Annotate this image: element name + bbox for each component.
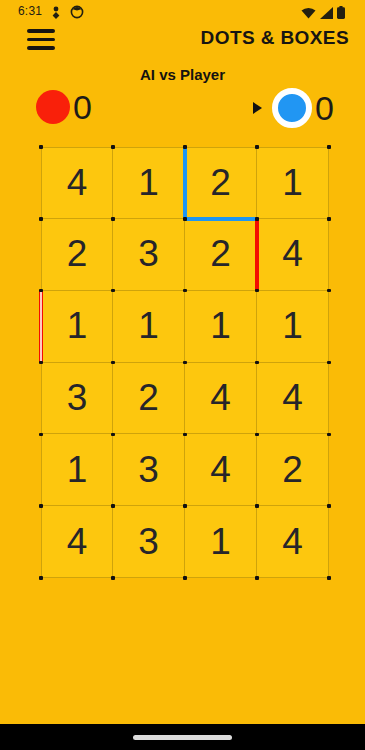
board-cell[interactable]: 2 (41, 219, 113, 291)
board-cell[interactable]: 3 (113, 219, 185, 291)
grid-dot (39, 433, 43, 437)
board-cell[interactable]: 4 (185, 434, 257, 506)
board-cell[interactable]: 4 (257, 363, 329, 435)
turn-pointer-icon (253, 102, 262, 114)
grid-dot (255, 433, 259, 437)
board-cell[interactable]: 3 (113, 506, 185, 578)
hamburger-menu-icon[interactable] (27, 29, 55, 50)
grid-dot (255, 217, 259, 221)
grid-dot (327, 361, 331, 365)
grid-dot (39, 217, 43, 221)
profile-badge-icon (51, 5, 61, 23)
board-cell[interactable]: 2 (185, 147, 257, 219)
grid-dot (327, 504, 331, 508)
grid-dot (111, 504, 115, 508)
grid-dot (255, 361, 259, 365)
board-cell[interactable]: 1 (257, 147, 329, 219)
app-screen: 6:31 (0, 0, 365, 750)
status-time: 6:31 (18, 4, 42, 18)
status-left-icons (51, 5, 84, 23)
red-player-disc-icon (36, 90, 70, 124)
player-ai-score: 0 (36, 90, 92, 124)
blue-player-score: 0 (315, 91, 334, 125)
grid-dot (39, 145, 43, 149)
grid-dot (255, 145, 259, 149)
status-right-icons (301, 6, 345, 19)
board-cell[interactable]: 4 (185, 363, 257, 435)
page-title: DOTS & BOXES (201, 27, 349, 49)
grid-dot (327, 217, 331, 221)
drawn-edge-blue (185, 217, 257, 222)
board-cell[interactable]: 3 (113, 434, 185, 506)
board-cell[interactable]: 4 (41, 147, 113, 219)
grid-dot (111, 433, 115, 437)
grid-dot (255, 576, 259, 580)
clock-app-icon (70, 5, 84, 23)
player-human-score: 0 (253, 88, 334, 128)
status-bar: 6:31 (0, 0, 365, 24)
board-cell[interactable]: 1 (113, 147, 185, 219)
grid-dot (183, 217, 187, 221)
red-player-score: 0 (73, 90, 92, 124)
grid-dot (183, 289, 187, 293)
grid-dot (327, 576, 331, 580)
drawn-edge-blue (183, 147, 188, 219)
grid-dot (111, 145, 115, 149)
grid-dot (327, 433, 331, 437)
match-subtitle: AI vs Player (0, 66, 365, 83)
grid-dot (183, 433, 187, 437)
board-cell[interactable]: 4 (257, 219, 329, 291)
grid-dot (39, 289, 43, 293)
grid-dot (111, 576, 115, 580)
app-bar: DOTS & BOXES (0, 24, 365, 58)
board-cell[interactable]: 1 (185, 291, 257, 363)
grid-dot (39, 361, 43, 365)
dots-and-boxes-board: 4 1 2 1 2 3 2 4 1 1 1 1 3 2 4 4 1 3 4 2 … (41, 147, 329, 578)
grid-dot (183, 504, 187, 508)
cellular-signal-icon (320, 7, 333, 19)
system-nav-bar (0, 724, 365, 750)
grid-dot (183, 576, 187, 580)
board-cell[interactable]: 1 (257, 291, 329, 363)
board-cell[interactable]: 2 (257, 434, 329, 506)
board-cell[interactable]: 2 (185, 219, 257, 291)
gesture-pill[interactable] (133, 735, 232, 740)
grid-dot (39, 576, 43, 580)
board-cell[interactable]: 4 (41, 506, 113, 578)
drawn-edge-red (255, 219, 260, 291)
board-cell[interactable]: 4 (257, 506, 329, 578)
drawn-edge-red (39, 291, 44, 363)
board-cell[interactable]: 1 (41, 291, 113, 363)
board-cell[interactable]: 2 (113, 363, 185, 435)
grid-dot (39, 504, 43, 508)
grid-dot (327, 145, 331, 149)
blue-player-disc-icon (272, 88, 312, 128)
board-cell[interactable]: 3 (41, 363, 113, 435)
grid-dot (255, 504, 259, 508)
grid-dot (255, 289, 259, 293)
board-cell[interactable]: 1 (41, 434, 113, 506)
board-cell[interactable]: 1 (113, 291, 185, 363)
battery-icon (337, 6, 345, 19)
board-cell[interactable]: 1 (185, 506, 257, 578)
grid-dot (111, 217, 115, 221)
grid-dot (183, 145, 187, 149)
grid-dot (111, 289, 115, 293)
grid-dot (327, 289, 331, 293)
wifi-icon (301, 7, 316, 19)
grid-dot (183, 361, 187, 365)
grid-dot (111, 361, 115, 365)
